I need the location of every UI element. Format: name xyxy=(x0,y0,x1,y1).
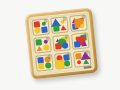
board-cell-r2c1[interactable] xyxy=(33,36,52,54)
yellow-circle-piece[interactable] xyxy=(43,45,50,52)
tile-grid xyxy=(31,14,91,71)
yellow-circle-piece[interactable] xyxy=(80,24,84,28)
tile-pin-icon xyxy=(48,55,51,58)
red-circle-piece[interactable] xyxy=(77,60,81,64)
blue-square-piece[interactable] xyxy=(41,27,48,34)
tile-pin-icon xyxy=(46,37,49,40)
tile-pin-icon xyxy=(67,53,70,56)
purple-triangle-piece[interactable] xyxy=(81,41,87,47)
red-square-piece[interactable] xyxy=(55,43,62,50)
green-square-piece[interactable] xyxy=(35,39,42,46)
puzzle-board xyxy=(25,8,98,80)
tile-pin-icon xyxy=(44,19,47,22)
yellow-circle-piece[interactable] xyxy=(34,27,41,34)
yellow-square-piece[interactable] xyxy=(38,63,45,70)
tile-pin-icon xyxy=(63,17,66,20)
board-cell-r1c3[interactable] xyxy=(69,14,88,32)
red-triangle-piece[interactable] xyxy=(60,25,66,31)
board-cell-r3c1[interactable] xyxy=(35,54,54,72)
tile-pin-icon xyxy=(82,15,85,18)
board-cell-r1c2[interactable] xyxy=(50,16,69,34)
red-square-piece[interactable] xyxy=(34,21,41,28)
tile-pin-icon xyxy=(84,33,87,36)
green-circle-piece[interactable] xyxy=(64,60,71,67)
orange-triangle-piece[interactable] xyxy=(36,46,42,52)
board-face xyxy=(28,11,95,76)
board-cell-r3c2[interactable] xyxy=(54,52,73,70)
tile-pin-icon xyxy=(65,35,68,38)
blue-square-piece[interactable] xyxy=(74,41,81,48)
blue-circle-piece[interactable] xyxy=(62,43,69,50)
tile-pin-icon xyxy=(85,51,88,54)
board-cell-r3c3[interactable] xyxy=(73,50,92,68)
board-cell-r1c1[interactable] xyxy=(31,18,50,36)
board-cell-r2c2[interactable] xyxy=(52,34,71,52)
photo-canvas xyxy=(0,0,120,90)
brand-stamp-icon xyxy=(84,66,92,69)
board-cell-r2c3[interactable] xyxy=(71,32,90,50)
green-triangle-piece[interactable] xyxy=(83,59,89,65)
green-square-piece[interactable] xyxy=(53,25,60,32)
green-circle-piece[interactable] xyxy=(45,62,52,69)
